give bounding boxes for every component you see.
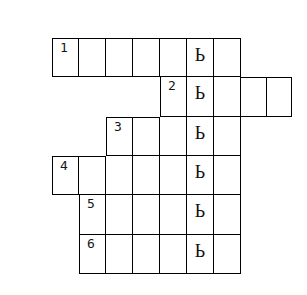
cell-r2c6[interactable]: Ь — [187, 77, 214, 116]
cell-r5c6[interactable]: Ь — [187, 195, 214, 234]
cell-r3c7[interactable] — [214, 117, 241, 156]
cell-r5c4[interactable] — [133, 195, 160, 234]
cell-r4c3[interactable] — [106, 156, 133, 195]
cell-r3c5[interactable] — [160, 117, 187, 156]
prefilled-letter: Ь — [195, 83, 205, 103]
prefilled-letter: Ь — [195, 123, 205, 143]
clue-number-2: 2 — [168, 78, 176, 93]
clue-number-6: 6 — [87, 236, 95, 251]
cell-r6c3[interactable] — [106, 235, 133, 274]
cell-r1c7[interactable] — [214, 38, 241, 77]
cell-r4c4[interactable] — [133, 156, 160, 195]
puzzle-canvas: 1Ь2Ь3Ь4Ь5Ь6Ь — [0, 0, 307, 295]
cell-r6c5[interactable] — [160, 235, 187, 274]
cell-r5c5[interactable] — [160, 195, 187, 234]
cell-r1c1[interactable]: 1 — [52, 38, 79, 77]
prefilled-letter: Ь — [195, 201, 205, 221]
cell-r2c8[interactable] — [241, 77, 267, 116]
cell-r4c7[interactable] — [214, 156, 241, 195]
cell-r3c3[interactable]: 3 — [106, 117, 133, 156]
cell-r2c9[interactable] — [267, 77, 293, 116]
cell-r4c2[interactable] — [79, 156, 106, 195]
cell-r6c7[interactable] — [214, 235, 241, 274]
cell-r3c6[interactable]: Ь — [187, 117, 214, 156]
cell-r5c7[interactable] — [214, 195, 241, 234]
cell-r2c7[interactable] — [214, 77, 241, 116]
cell-r1c5[interactable] — [160, 38, 187, 77]
clue-number-4: 4 — [60, 158, 68, 173]
cell-r3c4[interactable] — [133, 117, 160, 156]
cell-r4c1[interactable]: 4 — [52, 156, 79, 195]
cell-r6c4[interactable] — [133, 235, 160, 274]
cell-r1c3[interactable] — [106, 38, 133, 77]
clue-number-3: 3 — [114, 119, 122, 134]
cell-r1c6[interactable]: Ь — [187, 38, 214, 77]
crossword-board: 1Ь2Ь3Ь4Ь5Ь6Ь — [52, 38, 292, 274]
cell-r4c5[interactable] — [160, 156, 187, 195]
prefilled-letter: Ь — [195, 45, 205, 65]
cell-r5c2[interactable]: 5 — [79, 195, 106, 234]
cell-r2c5[interactable]: 2 — [160, 77, 187, 116]
cell-r1c2[interactable] — [79, 38, 106, 77]
cell-r1c4[interactable] — [133, 38, 160, 77]
clue-number-1: 1 — [60, 40, 68, 55]
cell-r6c2[interactable]: 6 — [79, 235, 106, 274]
prefilled-letter: Ь — [195, 162, 205, 182]
prefilled-letter: Ь — [195, 241, 205, 261]
clue-number-5: 5 — [87, 196, 95, 211]
cell-r4c6[interactable]: Ь — [187, 156, 214, 195]
cell-r6c6[interactable]: Ь — [187, 235, 214, 274]
cell-r5c3[interactable] — [106, 195, 133, 234]
